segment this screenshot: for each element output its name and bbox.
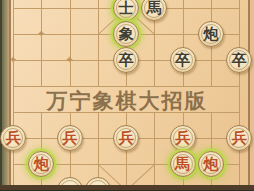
piece-black-elephant[interactable]: 象 bbox=[113, 21, 139, 47]
piece-glyph: 兵 bbox=[6, 131, 21, 146]
piece-glyph: 兵 bbox=[175, 131, 190, 146]
piece-glyph: 卒 bbox=[175, 53, 190, 68]
piece-red-pawn[interactable]: 兵 bbox=[113, 125, 139, 151]
piece-red-pawn[interactable]: 兵 bbox=[226, 125, 252, 151]
piece-glyph: 炮 bbox=[34, 157, 49, 172]
bottom-screen-edge bbox=[0, 185, 254, 191]
xiangqi-board[interactable]: ✦✦✦✦✦✦✦✦✦✦✦✦✦✦ 万宁象棋大招版 士馬象炮卒卒卒兵兵兵兵兵炮馬炮 bbox=[0, 0, 254, 190]
piece-red-cannon[interactable]: 炮 bbox=[198, 151, 224, 177]
piece-black-pawn[interactable]: 卒 bbox=[226, 47, 252, 73]
piece-glyph: 士 bbox=[119, 1, 134, 16]
piece-black-cannon[interactable]: 炮 bbox=[198, 21, 224, 47]
piece-glyph: 炮 bbox=[203, 27, 218, 42]
piece-glyph: 卒 bbox=[232, 53, 247, 68]
piece-red-pawn[interactable]: 兵 bbox=[57, 125, 83, 151]
piece-glyph: 炮 bbox=[203, 157, 218, 172]
piece-glyph: 兵 bbox=[119, 131, 134, 146]
piece-red-pawn[interactable]: 兵 bbox=[0, 125, 26, 151]
piece-black-pawn[interactable]: 卒 bbox=[113, 47, 139, 73]
piece-glyph: 卒 bbox=[119, 53, 134, 68]
piece-glyph: 兵 bbox=[232, 131, 247, 146]
piece-red-pawn[interactable]: 兵 bbox=[170, 125, 196, 151]
piece-black-advisor[interactable]: 士 bbox=[113, 0, 139, 21]
piece-glyph: 馬 bbox=[147, 1, 162, 16]
piece-glyph: 兵 bbox=[62, 131, 77, 146]
piece-red-cannon[interactable]: 炮 bbox=[28, 151, 54, 177]
pieces-layer: 士馬象炮卒卒卒兵兵兵兵兵炮馬炮 bbox=[0, 0, 253, 190]
piece-black-horse[interactable]: 馬 bbox=[141, 0, 167, 21]
piece-glyph: 馬 bbox=[175, 157, 190, 172]
piece-red-horse[interactable]: 馬 bbox=[170, 151, 196, 177]
piece-black-pawn[interactable]: 卒 bbox=[170, 47, 196, 73]
piece-glyph: 象 bbox=[119, 27, 134, 42]
